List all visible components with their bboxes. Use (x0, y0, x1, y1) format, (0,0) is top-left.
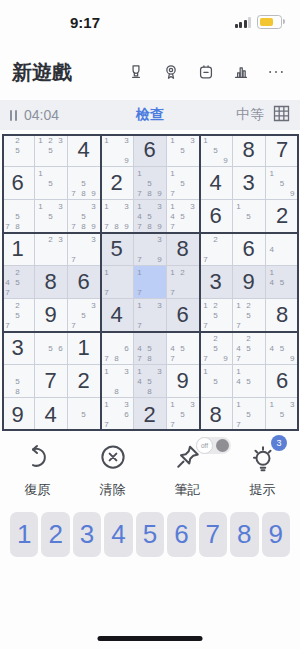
game-toolbar: 04:04 檢查 中等 (0, 100, 300, 130)
digit: 4 (68, 134, 100, 166)
box-border-line (100, 134, 102, 431)
pencil-marks: 17 (102, 267, 132, 297)
digit: 3 (2, 332, 34, 364)
cell-r9c6[interactable]: 1357 (167, 398, 200, 431)
cell-r7c8[interactable]: 2457 (233, 332, 266, 365)
cell-r3c4[interactable]: 13789 (101, 200, 134, 233)
cell-r8c6[interactable]: 9 (167, 365, 200, 398)
cell-r7c4[interactable]: 678 (101, 332, 134, 365)
cell-r5c8[interactable]: 9 (233, 266, 266, 299)
cell-r3c5[interactable]: 1345789 (134, 200, 167, 233)
digit: 2 (134, 398, 166, 431)
digit: 9 (2, 398, 34, 431)
digit: 6 (233, 233, 265, 265)
cellular-signal-icon (235, 17, 252, 28)
pencil-marks: 56 (36, 333, 66, 363)
cell-r8c5[interactable]: 13458 (134, 365, 167, 398)
digit: 2 (68, 365, 100, 397)
box-border-line (2, 134, 299, 136)
cell-r3c3[interactable]: 35789 (68, 200, 101, 233)
box-border-line (297, 134, 299, 431)
cell-r1c1[interactable]: 25 (2, 134, 35, 167)
medal-icon[interactable] (159, 60, 183, 84)
cell-r6c2[interactable]: 9 (35, 299, 68, 332)
notes-toggle-off-label: off (196, 437, 213, 454)
cell-r4c2[interactable]: 23 (35, 233, 68, 266)
digit: 1 (2, 233, 34, 265)
cell-r9c4[interactable]: 1367 (101, 398, 134, 431)
numpad-key-1[interactable]: 1 (10, 512, 38, 557)
cell-r3c6[interactable]: 13457 (167, 200, 200, 233)
box-border-line (2, 134, 4, 431)
pencil-marks: 15 (234, 201, 264, 231)
digit: 2 (101, 167, 133, 199)
cell-r4c5[interactable]: 379 (134, 233, 167, 266)
digit: 8 (266, 299, 299, 331)
cell-r2c8[interactable]: 3 (233, 167, 266, 200)
cell-r9c5[interactable]: 2 (134, 398, 167, 431)
daily-challenge-icon[interactable] (194, 60, 218, 84)
pencil-marks: 35789 (69, 201, 99, 231)
undo-button[interactable]: 復原 (0, 442, 75, 499)
pencil-marks: 1235 (36, 135, 66, 165)
numpad-key-8[interactable]: 8 (230, 512, 258, 557)
digit: 5 (101, 233, 133, 265)
pencil-marks: 5 (69, 399, 99, 430)
clear-icon (98, 442, 128, 476)
cell-r6c3[interactable]: 357 (68, 299, 101, 332)
pencil-marks: 4 (267, 234, 298, 264)
pencil-marks: 135 (36, 201, 66, 231)
cell-r3c7[interactable]: 6 (200, 200, 233, 233)
status-bar: 9:17 (0, 0, 300, 44)
cell-r6c7[interactable]: 1257 (200, 299, 233, 332)
cell-r1c3[interactable]: 4 (68, 134, 101, 167)
cell-r1c7[interactable]: 159 (200, 134, 233, 167)
pencil-marks: 138 (102, 366, 132, 396)
cell-r4c9[interactable]: 4 (266, 233, 299, 266)
pencil-marks: 159 (201, 135, 231, 165)
statistics-icon[interactable] (229, 60, 253, 84)
pencil-marks: 1367 (102, 399, 132, 430)
notes-label-clear: 清除 (100, 481, 126, 499)
notes-button[interactable]: off 筆記 (150, 442, 225, 499)
numpad-key-7[interactable]: 7 (199, 512, 227, 557)
cell-r5c7[interactable]: 3 (200, 266, 233, 299)
undo-label: 復原 (25, 481, 51, 499)
cell-r9c8[interactable]: 157 (233, 398, 266, 431)
pencil-marks: 23 (36, 234, 66, 264)
pencil-marks: 1357 (168, 399, 198, 430)
clear-button[interactable]: 清除 (75, 442, 150, 499)
cell-r7c3[interactable]: 1 (68, 332, 101, 365)
cell-r7c1[interactable]: 3 (2, 332, 35, 365)
box-border-line (199, 134, 201, 431)
cell-r5c1[interactable]: 2457 (2, 266, 35, 299)
cell-r2c7[interactable]: 4 (200, 167, 233, 200)
cell-r5c5[interactable]: 17 (134, 266, 167, 299)
digit: 1 (68, 332, 100, 364)
cell-r7c7[interactable]: 2579 (200, 332, 233, 365)
box-border-line (2, 232, 299, 234)
cell-r4c4[interactable]: 5 (101, 233, 134, 266)
pencil-marks: 15 (36, 168, 66, 198)
cell-r2c3[interactable]: 5789 (68, 167, 101, 200)
sudoku-board: 2512354139613515987615578921578915743159… (2, 134, 299, 431)
cell-r2c1[interactable]: 6 (2, 167, 35, 200)
pencil-marks: 15789 (135, 168, 165, 198)
cell-r6c5[interactable]: 137 (134, 299, 167, 332)
sudoku-cells: 2512354139613515987615578921578915743159… (2, 134, 299, 431)
pencil-marks: 459 (267, 333, 298, 363)
pencil-marks: 357 (69, 300, 99, 330)
pencil-marks: 457 (168, 333, 198, 363)
cell-r7c6[interactable]: 457 (167, 332, 200, 365)
pencil-marks: 13458 (135, 366, 165, 396)
digit: 6 (200, 200, 232, 232)
box-border-line (2, 429, 299, 431)
digit: 4 (200, 167, 232, 199)
pencil-marks: 1345789 (135, 201, 165, 231)
pencil-marks: 379 (135, 234, 165, 264)
undo-icon (23, 442, 53, 476)
cell-r4c8[interactable]: 6 (233, 233, 266, 266)
pencil-marks: 1257 (234, 300, 264, 330)
digit: 6 (68, 266, 100, 298)
pencil-marks: 257 (3, 300, 33, 330)
pencil-marks: 2457 (3, 267, 33, 297)
cell-r7c5[interactable]: 4578 (134, 332, 167, 365)
pencil-marks: 157 (234, 399, 264, 430)
cell-r5c3[interactable]: 6 (68, 266, 101, 299)
home-indicator[interactable] (98, 636, 203, 641)
pencil-marks: 137 (135, 300, 165, 330)
cell-r2c5[interactable]: 15789 (134, 167, 167, 200)
pencil-marks: 15 (201, 366, 231, 396)
more-icon[interactable] (264, 60, 288, 84)
digit: 9 (167, 365, 199, 397)
pencil-marks: 2579 (201, 333, 231, 363)
cell-r3c9[interactable]: 2 (266, 200, 299, 233)
digit: 8 (233, 134, 265, 166)
pencil-marks: 25 (3, 135, 33, 165)
cell-r3c8[interactable]: 15 (233, 200, 266, 233)
cell-r8c3[interactable]: 2 (68, 365, 101, 398)
difficulty-label: 中等 (236, 106, 264, 124)
hint-count-badge: 3 (271, 435, 287, 451)
digit: 6 (2, 167, 34, 199)
cell-r2c9[interactable]: 159 (266, 167, 299, 200)
battery-icon (257, 15, 282, 29)
box-border-line (2, 331, 299, 333)
numpad-key-2[interactable]: 2 (41, 512, 69, 557)
digit: 4 (35, 398, 67, 431)
digit: 2 (266, 200, 299, 232)
cell-r2c4[interactable]: 2 (101, 167, 134, 200)
cell-r8c9[interactable]: 6 (266, 365, 299, 398)
cell-r1c8[interactable]: 8 (233, 134, 266, 167)
number-pad: 123456789 (0, 512, 300, 557)
pencil-marks: 135 (267, 399, 298, 430)
digit: 6 (167, 299, 199, 331)
cell-r8c8[interactable]: 145 (233, 365, 266, 398)
cell-r3c2[interactable]: 135 (35, 200, 68, 233)
pencil-marks: 159 (267, 168, 298, 198)
cell-r6c4[interactable]: 4 (101, 299, 134, 332)
cell-r7c9[interactable]: 459 (266, 332, 299, 365)
cell-r5c4[interactable]: 17 (101, 266, 134, 299)
pencil-marks: 13457 (168, 201, 198, 231)
cell-r7c2[interactable]: 56 (35, 332, 68, 365)
pencil-marks: 4578 (135, 333, 165, 363)
pencil-marks: 127 (168, 267, 198, 297)
cell-r1c5[interactable]: 6 (134, 134, 167, 167)
cell-r8c2[interactable]: 7 (35, 365, 68, 398)
pencil-marks: 2457 (234, 333, 264, 363)
pencil-marks: 27 (201, 234, 231, 264)
numpad-key-4[interactable]: 4 (104, 512, 132, 557)
cell-r6c9[interactable]: 8 (266, 299, 299, 332)
pencil-marks: 13789 (102, 201, 132, 231)
numpad-key-6[interactable]: 6 (167, 512, 195, 557)
cell-r8c1[interactable]: 58 (2, 365, 35, 398)
digit: 4 (101, 299, 133, 331)
notes-label: 筆記 (175, 481, 201, 499)
cell-r4c6[interactable]: 8 (167, 233, 200, 266)
cell-r6c8[interactable]: 1257 (233, 299, 266, 332)
pencil-marks: 135 (168, 135, 198, 165)
cell-r6c6[interactable]: 6 (167, 299, 200, 332)
pencil-marks: 678 (102, 333, 132, 363)
control-bar: 復原 清除 off 筆記 3 提示 (0, 442, 300, 499)
numpad-key-3[interactable]: 3 (73, 512, 101, 557)
trophy-icon[interactable] (124, 60, 148, 84)
digit: 8 (200, 398, 232, 431)
cell-r2c6[interactable]: 157 (167, 167, 200, 200)
digit: 7 (35, 365, 67, 397)
pencil-marks: 145 (234, 366, 264, 396)
digit: 3 (233, 167, 265, 199)
digit: 6 (266, 365, 299, 397)
digit: 8 (167, 233, 199, 265)
status-time: 9:17 (70, 14, 100, 31)
cell-r6c1[interactable]: 257 (2, 299, 35, 332)
cell-r9c9[interactable]: 135 (266, 398, 299, 431)
cell-r9c7[interactable]: 8 (200, 398, 233, 431)
cell-r9c3[interactable]: 5 (68, 398, 101, 431)
pencil-marks: 157 (168, 168, 198, 198)
cell-r1c9[interactable]: 7 (266, 134, 299, 167)
hint-label: 提示 (250, 481, 276, 499)
pencil-marks: 1257 (201, 300, 231, 330)
cell-r8c7[interactable]: 15 (200, 365, 233, 398)
cell-r4c1[interactable]: 1 (2, 233, 35, 266)
app-header: 新遊戲 (0, 44, 300, 100)
cell-r9c1[interactable]: 9 (2, 398, 35, 431)
cell-r4c3[interactable]: 37 (68, 233, 101, 266)
pencil-marks: 58 (3, 366, 33, 396)
pencil-marks: 17 (135, 267, 165, 297)
cell-r1c4[interactable]: 139 (101, 134, 134, 167)
numpad-key-5[interactable]: 5 (136, 512, 164, 557)
cell-r2c2[interactable]: 15 (35, 167, 68, 200)
pencil-marks: 145 (267, 267, 298, 297)
digit: 3 (200, 266, 232, 298)
cell-r9c2[interactable]: 4 (35, 398, 68, 431)
cell-r1c2[interactable]: 1235 (35, 134, 68, 167)
cell-r5c9[interactable]: 145 (266, 266, 299, 299)
pencil-marks: 5789 (69, 168, 99, 198)
pencil-marks: 578 (3, 201, 33, 231)
cell-r4c7[interactable]: 27 (200, 233, 233, 266)
cell-r1c6[interactable]: 135 (167, 134, 200, 167)
page-title: 新遊戲 (12, 59, 72, 86)
cell-r5c2[interactable]: 8 (35, 266, 68, 299)
cell-r3c1[interactable]: 578 (2, 200, 35, 233)
pencil-marks: 139 (102, 135, 132, 165)
digit: 9 (35, 299, 67, 331)
grid-icon[interactable] (273, 105, 290, 125)
cell-r8c4[interactable]: 138 (101, 365, 134, 398)
digit: 7 (266, 134, 299, 166)
pencil-marks: 37 (69, 234, 99, 264)
numpad-key-9[interactable]: 9 (262, 512, 290, 557)
hint-button[interactable]: 3 提示 (225, 442, 300, 499)
digit: 6 (134, 134, 166, 166)
digit: 9 (233, 266, 265, 298)
digit: 8 (35, 266, 67, 298)
cell-r5c6[interactable]: 127 (167, 266, 200, 299)
